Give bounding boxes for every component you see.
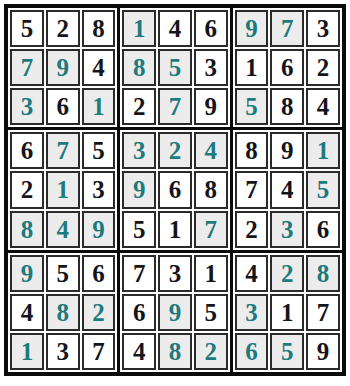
- cell-r2c6[interactable]: 3: [194, 49, 228, 86]
- cell-r9c9[interactable]: 9: [306, 333, 340, 370]
- cell-r2c8[interactable]: 6: [270, 49, 304, 86]
- cell-r7c3[interactable]: 6: [82, 255, 116, 292]
- box-3: 973162584: [233, 8, 342, 127]
- cell-r8c6[interactable]: 5: [194, 294, 228, 331]
- cell-r1c9[interactable]: 3: [306, 10, 340, 47]
- cell-r8c8[interactable]: 1: [270, 294, 304, 331]
- cell-r2c4[interactable]: 8: [122, 49, 156, 86]
- cell-r7c2[interactable]: 5: [46, 255, 80, 292]
- box-4: 675213849: [8, 130, 117, 249]
- cell-r4c4[interactable]: 3: [122, 132, 156, 169]
- cell-r5c5[interactable]: 6: [158, 171, 192, 208]
- cell-r8c3[interactable]: 2: [82, 294, 116, 331]
- cell-r3c5[interactable]: 7: [158, 88, 192, 125]
- cell-r2c9[interactable]: 2: [306, 49, 340, 86]
- cell-r8c5[interactable]: 9: [158, 294, 192, 331]
- cell-r9c7[interactable]: 6: [235, 333, 269, 370]
- cell-r6c1[interactable]: 8: [10, 211, 44, 248]
- cell-r8c1[interactable]: 4: [10, 294, 44, 331]
- cell-r9c3[interactable]: 7: [82, 333, 116, 370]
- cell-r4c1[interactable]: 6: [10, 132, 44, 169]
- box-1: 528794361: [8, 8, 117, 127]
- cell-r7c5[interactable]: 3: [158, 255, 192, 292]
- cell-r5c9[interactable]: 5: [306, 171, 340, 208]
- cell-r8c2[interactable]: 8: [46, 294, 80, 331]
- cell-r8c4[interactable]: 6: [122, 294, 156, 331]
- cell-r9c8[interactable]: 5: [270, 333, 304, 370]
- cell-r5c2[interactable]: 1: [46, 171, 80, 208]
- cell-r4c8[interactable]: 9: [270, 132, 304, 169]
- cell-r3c1[interactable]: 3: [10, 88, 44, 125]
- cell-r6c2[interactable]: 4: [46, 211, 80, 248]
- cell-r3c3[interactable]: 1: [82, 88, 116, 125]
- sudoku-page: 5287943611468532799731625846752138493249…: [0, 0, 350, 386]
- cell-r9c2[interactable]: 3: [46, 333, 80, 370]
- cell-r1c6[interactable]: 6: [194, 10, 228, 47]
- cell-r3c7[interactable]: 5: [235, 88, 269, 125]
- cell-r9c6[interactable]: 2: [194, 333, 228, 370]
- cell-r5c7[interactable]: 7: [235, 171, 269, 208]
- cell-r8c9[interactable]: 7: [306, 294, 340, 331]
- cell-r7c4[interactable]: 7: [122, 255, 156, 292]
- cell-r9c1[interactable]: 1: [10, 333, 44, 370]
- cell-r1c1[interactable]: 5: [10, 10, 44, 47]
- cell-r6c3[interactable]: 9: [82, 211, 116, 248]
- cell-r5c4[interactable]: 9: [122, 171, 156, 208]
- cell-r4c6[interactable]: 4: [194, 132, 228, 169]
- cell-r2c3[interactable]: 4: [82, 49, 116, 86]
- cell-r4c2[interactable]: 7: [46, 132, 80, 169]
- cell-r9c4[interactable]: 4: [122, 333, 156, 370]
- cell-r2c7[interactable]: 1: [235, 49, 269, 86]
- cell-r5c6[interactable]: 8: [194, 171, 228, 208]
- cell-r9c5[interactable]: 8: [158, 333, 192, 370]
- box-5: 324968517: [120, 130, 229, 249]
- cell-r6c5[interactable]: 1: [158, 211, 192, 248]
- cell-r4c7[interactable]: 8: [235, 132, 269, 169]
- cell-r6c4[interactable]: 5: [122, 211, 156, 248]
- cell-r4c3[interactable]: 5: [82, 132, 116, 169]
- cell-r8c7[interactable]: 3: [235, 294, 269, 331]
- cell-r3c9[interactable]: 4: [306, 88, 340, 125]
- cell-r5c8[interactable]: 4: [270, 171, 304, 208]
- cell-r7c6[interactable]: 1: [194, 255, 228, 292]
- cell-r6c7[interactable]: 2: [235, 211, 269, 248]
- cell-r7c8[interactable]: 2: [270, 255, 304, 292]
- cell-r2c1[interactable]: 7: [10, 49, 44, 86]
- cell-r1c7[interactable]: 9: [235, 10, 269, 47]
- cell-r2c2[interactable]: 9: [46, 49, 80, 86]
- cell-r5c1[interactable]: 2: [10, 171, 44, 208]
- cell-r1c2[interactable]: 2: [46, 10, 80, 47]
- box-2: 146853279: [120, 8, 229, 127]
- cell-r5c3[interactable]: 3: [82, 171, 116, 208]
- box-6: 891745236: [233, 130, 342, 249]
- cell-r6c9[interactable]: 6: [306, 211, 340, 248]
- sudoku-grid: 5287943611468532799731625846752138493249…: [4, 4, 346, 376]
- cell-r4c9[interactable]: 1: [306, 132, 340, 169]
- cell-r4c5[interactable]: 2: [158, 132, 192, 169]
- cell-r1c3[interactable]: 8: [82, 10, 116, 47]
- cell-r1c5[interactable]: 4: [158, 10, 192, 47]
- cell-r3c6[interactable]: 9: [194, 88, 228, 125]
- cell-r2c5[interactable]: 5: [158, 49, 192, 86]
- cell-r3c2[interactable]: 6: [46, 88, 80, 125]
- cell-r1c8[interactable]: 7: [270, 10, 304, 47]
- cell-r1c4[interactable]: 1: [122, 10, 156, 47]
- cell-r7c1[interactable]: 9: [10, 255, 44, 292]
- cell-r7c7[interactable]: 4: [235, 255, 269, 292]
- cell-r7c9[interactable]: 8: [306, 255, 340, 292]
- cell-r3c8[interactable]: 8: [270, 88, 304, 125]
- box-7: 956482137: [8, 253, 117, 372]
- box-9: 428317659: [233, 253, 342, 372]
- cell-r3c4[interactable]: 2: [122, 88, 156, 125]
- cell-r6c6[interactable]: 7: [194, 211, 228, 248]
- box-8: 731695482: [120, 253, 229, 372]
- cell-r6c8[interactable]: 3: [270, 211, 304, 248]
